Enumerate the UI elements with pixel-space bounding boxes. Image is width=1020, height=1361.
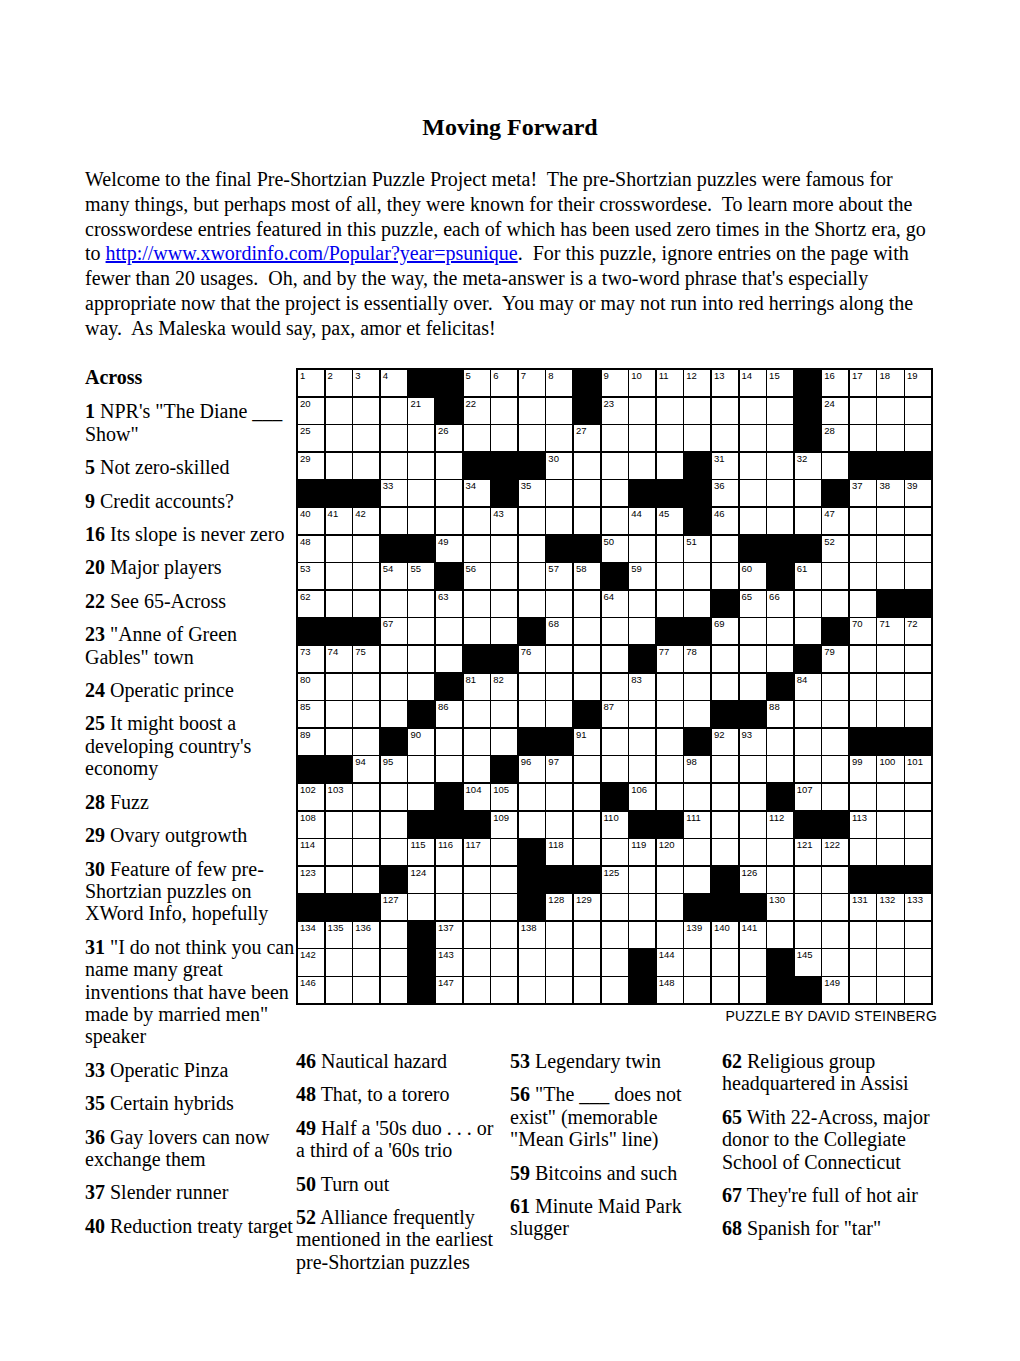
cell-r1c21[interactable]: 17	[850, 370, 876, 396]
cell-r18c23[interactable]	[905, 839, 931, 865]
cell-r14c3[interactable]	[353, 729, 379, 755]
cell-r6c19[interactable]	[795, 508, 821, 534]
cell-r17c18[interactable]: 112	[767, 812, 793, 838]
cell-r12c22[interactable]	[877, 674, 903, 700]
cell-r14c18[interactable]	[767, 729, 793, 755]
cell-r7c6[interactable]: 49	[436, 536, 462, 562]
cell-r1c12[interactable]: 9	[602, 370, 628, 396]
cell-r2c1[interactable]: 20	[298, 398, 324, 424]
cell-r3c18[interactable]	[767, 425, 793, 451]
cell-r19c5[interactable]: 124	[408, 867, 434, 893]
cell-r21c23[interactable]	[905, 922, 931, 948]
cell-r5c19[interactable]	[795, 480, 821, 506]
cell-r20c8[interactable]	[491, 894, 517, 920]
cell-r21c4[interactable]	[381, 922, 407, 948]
cell-r13c20[interactable]	[822, 701, 848, 727]
cell-r4c16[interactable]: 31	[712, 453, 738, 479]
cell-r21c21[interactable]	[850, 922, 876, 948]
cell-r19c3[interactable]	[353, 867, 379, 893]
cell-r9c3[interactable]	[353, 591, 379, 617]
cell-r6c9[interactable]	[519, 508, 545, 534]
cell-r12c20[interactable]	[822, 674, 848, 700]
cell-r5c6[interactable]	[436, 480, 462, 506]
cell-r12c16[interactable]	[712, 674, 738, 700]
cell-r23c9[interactable]	[519, 977, 545, 1003]
cell-r9c9[interactable]	[519, 591, 545, 617]
cell-r18c20[interactable]: 122	[822, 839, 848, 865]
cell-r7c23[interactable]	[905, 536, 931, 562]
xwordinfo-link[interactable]: http://www.xwordinfo.com/Popular?year=ps…	[106, 242, 518, 264]
cell-r2c14[interactable]	[657, 398, 683, 424]
cell-r1c18[interactable]: 15	[767, 370, 793, 396]
cell-r22c12[interactable]	[602, 949, 628, 975]
cell-r12c8[interactable]: 82	[491, 674, 517, 700]
cell-r23c7[interactable]	[464, 977, 490, 1003]
cell-r11c6[interactable]	[436, 646, 462, 672]
cell-r15c10[interactable]: 97	[546, 756, 572, 782]
cell-r6c18[interactable]	[767, 508, 793, 534]
cell-r7c8[interactable]	[491, 536, 517, 562]
cell-r8c21[interactable]	[850, 563, 876, 589]
cell-r18c19[interactable]: 121	[795, 839, 821, 865]
cell-r23c2[interactable]	[326, 977, 352, 1003]
cell-r20c6[interactable]	[436, 894, 462, 920]
cell-r22c9[interactable]	[519, 949, 545, 975]
cell-r10c18[interactable]	[767, 618, 793, 644]
cell-r18c14[interactable]: 120	[657, 839, 683, 865]
cell-r2c12[interactable]: 23	[602, 398, 628, 424]
cell-r1c4[interactable]: 4	[381, 370, 407, 396]
cell-r3c6[interactable]: 26	[436, 425, 462, 451]
cell-r14c14[interactable]	[657, 729, 683, 755]
cell-r17c1[interactable]: 108	[298, 812, 324, 838]
cell-r5c21[interactable]: 37	[850, 480, 876, 506]
cell-r8c20[interactable]	[822, 563, 848, 589]
cell-r2c4[interactable]	[381, 398, 407, 424]
cell-r22c7[interactable]	[464, 949, 490, 975]
cell-r20c5[interactable]	[408, 894, 434, 920]
cell-r6c20[interactable]: 47	[822, 508, 848, 534]
cell-r9c10[interactable]	[546, 591, 572, 617]
cell-r3c3[interactable]	[353, 425, 379, 451]
cell-r7c9[interactable]	[519, 536, 545, 562]
cell-r6c3[interactable]: 42	[353, 508, 379, 534]
cell-r13c21[interactable]	[850, 701, 876, 727]
cell-r18c18[interactable]	[767, 839, 793, 865]
cell-r23c12[interactable]	[602, 977, 628, 1003]
cell-r18c22[interactable]	[877, 839, 903, 865]
cell-r21c17[interactable]: 141	[740, 922, 766, 948]
cell-r2c9[interactable]	[519, 398, 545, 424]
cell-r12c3[interactable]	[353, 674, 379, 700]
cell-r3c7[interactable]	[464, 425, 490, 451]
cell-r11c22[interactable]	[877, 646, 903, 672]
cell-r2c3[interactable]	[353, 398, 379, 424]
cell-r7c15[interactable]: 51	[684, 536, 710, 562]
cell-r1c7[interactable]: 5	[464, 370, 490, 396]
cell-r6c12[interactable]	[602, 508, 628, 534]
cell-r1c10[interactable]: 8	[546, 370, 572, 396]
cell-r17c8[interactable]: 109	[491, 812, 517, 838]
cell-r14c11[interactable]: 91	[574, 729, 600, 755]
cell-r19c1[interactable]: 123	[298, 867, 324, 893]
cell-r21c22[interactable]	[877, 922, 903, 948]
cell-r19c14[interactable]	[657, 867, 683, 893]
cell-r16c13[interactable]: 106	[629, 784, 655, 810]
cell-r8c22[interactable]	[877, 563, 903, 589]
cell-r10c4[interactable]: 67	[381, 618, 407, 644]
cell-r20c13[interactable]	[629, 894, 655, 920]
cell-r23c22[interactable]	[877, 977, 903, 1003]
cell-r9c2[interactable]	[326, 591, 352, 617]
cell-r6c13[interactable]: 44	[629, 508, 655, 534]
cell-r20c21[interactable]: 131	[850, 894, 876, 920]
cell-r10c12[interactable]	[602, 618, 628, 644]
cell-r8c9[interactable]	[519, 563, 545, 589]
cell-r13c13[interactable]	[629, 701, 655, 727]
cell-r12c23[interactable]	[905, 674, 931, 700]
cell-r12c12[interactable]	[602, 674, 628, 700]
cell-r2c5[interactable]: 21	[408, 398, 434, 424]
cell-r14c20[interactable]	[822, 729, 848, 755]
cell-r9c7[interactable]	[464, 591, 490, 617]
cell-r23c8[interactable]	[491, 977, 517, 1003]
cell-r1c13[interactable]: 10	[629, 370, 655, 396]
cell-r4c20[interactable]	[822, 453, 848, 479]
cell-r6c2[interactable]: 41	[326, 508, 352, 534]
cell-r22c15[interactable]	[684, 949, 710, 975]
cell-r13c10[interactable]	[546, 701, 572, 727]
cell-r16c7[interactable]: 104	[464, 784, 490, 810]
cell-r8c10[interactable]: 57	[546, 563, 572, 589]
cell-r18c1[interactable]: 114	[298, 839, 324, 865]
cell-r1c8[interactable]: 6	[491, 370, 517, 396]
cell-r15c14[interactable]	[657, 756, 683, 782]
cell-r21c10[interactable]	[546, 922, 572, 948]
cell-r14c5[interactable]: 90	[408, 729, 434, 755]
cell-r13c14[interactable]	[657, 701, 683, 727]
cell-r14c12[interactable]	[602, 729, 628, 755]
cell-r10c19[interactable]	[795, 618, 821, 644]
cell-r14c7[interactable]	[464, 729, 490, 755]
cell-r12c21[interactable]	[850, 674, 876, 700]
cell-r20c10[interactable]: 128	[546, 894, 572, 920]
cell-r6c8[interactable]: 43	[491, 508, 517, 534]
cell-r1c22[interactable]: 18	[877, 370, 903, 396]
cell-r14c19[interactable]	[795, 729, 821, 755]
cell-r10c23[interactable]: 72	[905, 618, 931, 644]
cell-r17c16[interactable]	[712, 812, 738, 838]
cell-r3c9[interactable]	[519, 425, 545, 451]
cell-r22c21[interactable]	[850, 949, 876, 975]
cell-r22c20[interactable]	[822, 949, 848, 975]
cell-r18c17[interactable]	[740, 839, 766, 865]
cell-r9c20[interactable]	[822, 591, 848, 617]
cell-r18c4[interactable]	[381, 839, 407, 865]
cell-r18c15[interactable]	[684, 839, 710, 865]
cell-r22c2[interactable]	[326, 949, 352, 975]
cell-r21c15[interactable]: 139	[684, 922, 710, 948]
cell-r23c6[interactable]: 147	[436, 977, 462, 1003]
cell-r18c12[interactable]	[602, 839, 628, 865]
cell-r1c14[interactable]: 11	[657, 370, 683, 396]
cell-r9c12[interactable]: 64	[602, 591, 628, 617]
cell-r15c15[interactable]: 98	[684, 756, 710, 782]
cell-r3c5[interactable]	[408, 425, 434, 451]
cell-r20c11[interactable]: 129	[574, 894, 600, 920]
cell-r13c22[interactable]	[877, 701, 903, 727]
cell-r22c19[interactable]: 145	[795, 949, 821, 975]
cell-r6c1[interactable]: 40	[298, 508, 324, 534]
cell-r7c3[interactable]	[353, 536, 379, 562]
cell-r12c10[interactable]	[546, 674, 572, 700]
cell-r11c9[interactable]: 76	[519, 646, 545, 672]
cell-r5c11[interactable]	[574, 480, 600, 506]
cell-r4c14[interactable]	[657, 453, 683, 479]
cell-r16c4[interactable]	[381, 784, 407, 810]
cell-r19c20[interactable]	[822, 867, 848, 893]
cell-r8c17[interactable]: 60	[740, 563, 766, 589]
cell-r13c18[interactable]: 88	[767, 701, 793, 727]
cell-r8c14[interactable]	[657, 563, 683, 589]
cell-r4c1[interactable]: 29	[298, 453, 324, 479]
cell-r13c6[interactable]: 86	[436, 701, 462, 727]
cell-r22c11[interactable]	[574, 949, 600, 975]
cell-r4c18[interactable]	[767, 453, 793, 479]
cell-r13c19[interactable]	[795, 701, 821, 727]
cell-r12c14[interactable]	[657, 674, 683, 700]
cell-r20c7[interactable]	[464, 894, 490, 920]
cell-r14c6[interactable]	[436, 729, 462, 755]
cell-r9c5[interactable]	[408, 591, 434, 617]
cell-r3c22[interactable]	[877, 425, 903, 451]
cell-r19c8[interactable]	[491, 867, 517, 893]
cell-r2c7[interactable]: 22	[464, 398, 490, 424]
cell-r16c19[interactable]: 107	[795, 784, 821, 810]
cell-r13c9[interactable]	[519, 701, 545, 727]
cell-r18c8[interactable]	[491, 839, 517, 865]
cell-r23c17[interactable]	[740, 977, 766, 1003]
cell-r6c6[interactable]	[436, 508, 462, 534]
cell-r17c21[interactable]: 113	[850, 812, 876, 838]
cell-r21c14[interactable]	[657, 922, 683, 948]
cell-r15c9[interactable]: 96	[519, 756, 545, 782]
cell-r14c1[interactable]: 89	[298, 729, 324, 755]
cell-r8c11[interactable]: 58	[574, 563, 600, 589]
cell-r7c16[interactable]	[712, 536, 738, 562]
cell-r9c11[interactable]	[574, 591, 600, 617]
cell-r2c17[interactable]	[740, 398, 766, 424]
cell-r6c16[interactable]: 46	[712, 508, 738, 534]
cell-r5c10[interactable]	[546, 480, 572, 506]
cell-r4c6[interactable]	[436, 453, 462, 479]
cell-r4c2[interactable]	[326, 453, 352, 479]
cell-r15c16[interactable]	[712, 756, 738, 782]
cell-r3c17[interactable]	[740, 425, 766, 451]
cell-r16c2[interactable]: 103	[326, 784, 352, 810]
cell-r2c2[interactable]	[326, 398, 352, 424]
cell-r9c15[interactable]	[684, 591, 710, 617]
cell-r15c7[interactable]	[464, 756, 490, 782]
cell-r9c14[interactable]	[657, 591, 683, 617]
cell-r15c5[interactable]	[408, 756, 434, 782]
cell-r10c5[interactable]	[408, 618, 434, 644]
cell-r3c11[interactable]: 27	[574, 425, 600, 451]
cell-r5c7[interactable]: 34	[464, 480, 490, 506]
cell-r9c17[interactable]: 65	[740, 591, 766, 617]
cell-r22c17[interactable]	[740, 949, 766, 975]
cell-r4c12[interactable]	[602, 453, 628, 479]
cell-r2c21[interactable]	[850, 398, 876, 424]
cell-r16c23[interactable]	[905, 784, 931, 810]
cell-r23c10[interactable]	[546, 977, 572, 1003]
cell-r17c10[interactable]	[546, 812, 572, 838]
cell-r22c8[interactable]	[491, 949, 517, 975]
cell-r10c13[interactable]	[629, 618, 655, 644]
cell-r8c5[interactable]: 55	[408, 563, 434, 589]
cell-r1c16[interactable]: 13	[712, 370, 738, 396]
cell-r12c7[interactable]: 81	[464, 674, 490, 700]
cell-r18c7[interactable]: 117	[464, 839, 490, 865]
cell-r8c8[interactable]	[491, 563, 517, 589]
cell-r22c22[interactable]	[877, 949, 903, 975]
cell-r11c11[interactable]	[574, 646, 600, 672]
cell-r20c19[interactable]	[795, 894, 821, 920]
cell-r22c1[interactable]: 142	[298, 949, 324, 975]
cell-r21c13[interactable]	[629, 922, 655, 948]
cell-r13c4[interactable]	[381, 701, 407, 727]
cell-r2c16[interactable]	[712, 398, 738, 424]
cell-r12c17[interactable]	[740, 674, 766, 700]
cell-r18c2[interactable]	[326, 839, 352, 865]
cell-r10c11[interactable]	[574, 618, 600, 644]
cell-r20c23[interactable]: 133	[905, 894, 931, 920]
cell-r20c12[interactable]	[602, 894, 628, 920]
cell-r15c3[interactable]: 94	[353, 756, 379, 782]
cell-r14c16[interactable]: 92	[712, 729, 738, 755]
cell-r13c23[interactable]	[905, 701, 931, 727]
cell-r6c5[interactable]	[408, 508, 434, 534]
cell-r11c20[interactable]: 79	[822, 646, 848, 672]
cell-r12c5[interactable]	[408, 674, 434, 700]
cell-r16c16[interactable]	[712, 784, 738, 810]
cell-r17c3[interactable]	[353, 812, 379, 838]
cell-r23c15[interactable]	[684, 977, 710, 1003]
cell-r20c4[interactable]: 127	[381, 894, 407, 920]
cell-r12c9[interactable]	[519, 674, 545, 700]
cell-r23c20[interactable]: 149	[822, 977, 848, 1003]
cell-r23c14[interactable]: 148	[657, 977, 683, 1003]
cell-r16c10[interactable]	[546, 784, 572, 810]
cell-r8c23[interactable]	[905, 563, 931, 589]
cell-r3c16[interactable]	[712, 425, 738, 451]
cell-r6c14[interactable]: 45	[657, 508, 683, 534]
cell-r21c6[interactable]: 137	[436, 922, 462, 948]
cell-r5c17[interactable]	[740, 480, 766, 506]
cell-r15c17[interactable]	[740, 756, 766, 782]
cell-r10c17[interactable]	[740, 618, 766, 644]
cell-r22c3[interactable]	[353, 949, 379, 975]
cell-r11c1[interactable]: 73	[298, 646, 324, 672]
cell-r13c3[interactable]	[353, 701, 379, 727]
cell-r4c17[interactable]	[740, 453, 766, 479]
cell-r6c10[interactable]	[546, 508, 572, 534]
cell-r21c18[interactable]	[767, 922, 793, 948]
cell-r12c15[interactable]	[684, 674, 710, 700]
cell-r16c3[interactable]	[353, 784, 379, 810]
cell-r2c18[interactable]	[767, 398, 793, 424]
cell-r3c4[interactable]	[381, 425, 407, 451]
cell-r15c19[interactable]	[795, 756, 821, 782]
cell-r10c6[interactable]	[436, 618, 462, 644]
cell-r4c11[interactable]	[574, 453, 600, 479]
cell-r4c3[interactable]	[353, 453, 379, 479]
cell-r11c3[interactable]: 75	[353, 646, 379, 672]
cell-r5c5[interactable]	[408, 480, 434, 506]
cell-r3c15[interactable]	[684, 425, 710, 451]
cell-r10c7[interactable]	[464, 618, 490, 644]
cell-r9c6[interactable]: 63	[436, 591, 462, 617]
cell-r22c10[interactable]	[546, 949, 572, 975]
cell-r10c10[interactable]: 68	[546, 618, 572, 644]
cell-r15c13[interactable]	[629, 756, 655, 782]
cell-r23c3[interactable]	[353, 977, 379, 1003]
cell-r1c2[interactable]: 2	[326, 370, 352, 396]
cell-r14c8[interactable]	[491, 729, 517, 755]
cell-r8c15[interactable]	[684, 563, 710, 589]
cell-r18c6[interactable]: 116	[436, 839, 462, 865]
cell-r23c11[interactable]	[574, 977, 600, 1003]
cell-r16c15[interactable]	[684, 784, 710, 810]
cell-r3c12[interactable]	[602, 425, 628, 451]
cell-r15c6[interactable]	[436, 756, 462, 782]
cell-r19c17[interactable]: 126	[740, 867, 766, 893]
cell-r9c1[interactable]: 62	[298, 591, 324, 617]
cell-r20c22[interactable]: 132	[877, 894, 903, 920]
cell-r5c4[interactable]: 33	[381, 480, 407, 506]
cell-r21c7[interactable]	[464, 922, 490, 948]
cell-r1c15[interactable]: 12	[684, 370, 710, 396]
cell-r11c12[interactable]	[602, 646, 628, 672]
cell-r21c16[interactable]: 140	[712, 922, 738, 948]
cell-r11c14[interactable]: 77	[657, 646, 683, 672]
cell-r4c4[interactable]	[381, 453, 407, 479]
cell-r23c1[interactable]: 146	[298, 977, 324, 1003]
cell-r15c4[interactable]: 95	[381, 756, 407, 782]
cell-r7c12[interactable]: 50	[602, 536, 628, 562]
cell-r18c5[interactable]: 115	[408, 839, 434, 865]
cell-r6c11[interactable]	[574, 508, 600, 534]
cell-r8c19[interactable]: 61	[795, 563, 821, 589]
cell-r17c4[interactable]	[381, 812, 407, 838]
cell-r17c22[interactable]	[877, 812, 903, 838]
cell-r15c22[interactable]: 100	[877, 756, 903, 782]
cell-r7c7[interactable]	[464, 536, 490, 562]
cell-r7c22[interactable]	[877, 536, 903, 562]
cell-r2c15[interactable]	[684, 398, 710, 424]
cell-r9c13[interactable]	[629, 591, 655, 617]
cell-r11c21[interactable]	[850, 646, 876, 672]
cell-r19c6[interactable]	[436, 867, 462, 893]
cell-r16c9[interactable]	[519, 784, 545, 810]
cell-r8c7[interactable]: 56	[464, 563, 490, 589]
cell-r13c7[interactable]	[464, 701, 490, 727]
cell-r11c23[interactable]	[905, 646, 931, 672]
cell-r11c4[interactable]	[381, 646, 407, 672]
cell-r19c15[interactable]	[684, 867, 710, 893]
cell-r12c19[interactable]: 84	[795, 674, 821, 700]
cell-r12c13[interactable]: 83	[629, 674, 655, 700]
